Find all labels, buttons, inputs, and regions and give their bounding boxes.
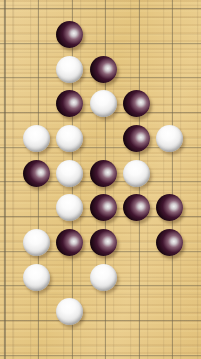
white-stone[interactable] <box>90 90 117 117</box>
white-stone[interactable] <box>23 229 50 256</box>
black-stone[interactable] <box>23 160 50 187</box>
black-stone[interactable] <box>123 125 150 152</box>
black-stone[interactable] <box>56 21 83 48</box>
white-stone[interactable] <box>156 125 183 152</box>
game-board[interactable] <box>0 0 201 359</box>
white-stone[interactable] <box>56 125 83 152</box>
black-stone[interactable] <box>56 229 83 256</box>
white-stone[interactable] <box>56 56 83 83</box>
white-stone[interactable] <box>56 298 83 325</box>
black-stone[interactable] <box>156 229 183 256</box>
black-stone[interactable] <box>90 160 117 187</box>
black-stone[interactable] <box>123 90 150 117</box>
white-stone[interactable] <box>90 264 117 291</box>
white-stone[interactable] <box>23 125 50 152</box>
black-stone[interactable] <box>90 229 117 256</box>
game-screen <box>0 0 201 359</box>
black-stone[interactable] <box>56 90 83 117</box>
white-stone[interactable] <box>123 160 150 187</box>
white-stone[interactable] <box>56 194 83 221</box>
white-stone[interactable] <box>56 160 83 187</box>
black-stone[interactable] <box>90 194 117 221</box>
black-stone[interactable] <box>123 194 150 221</box>
black-stone[interactable] <box>156 194 183 221</box>
black-stone[interactable] <box>90 56 117 83</box>
white-stone[interactable] <box>23 264 50 291</box>
